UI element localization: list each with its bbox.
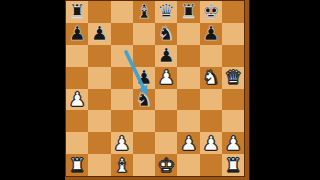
square-e6[interactable]: ♟	[155, 45, 177, 67]
square-f3[interactable]	[177, 110, 199, 132]
square-g3[interactable]	[200, 110, 222, 132]
chessboard-grid[interactable]: ♜♝♛♜♚♟♟♞♟♟♟♟♞♛♟♞♟♟♟♟♜♝♚♜	[66, 1, 244, 176]
square-e1[interactable]: ♚	[155, 154, 177, 176]
white-queen[interactable]: ♛	[224, 67, 241, 88]
square-h5[interactable]: ♛	[222, 67, 244, 89]
square-g7[interactable]: ♟	[200, 23, 222, 45]
square-d4[interactable]: ♞	[133, 89, 155, 111]
board-border-bottom	[65, 176, 245, 180]
square-e3[interactable]	[155, 110, 177, 132]
black-pawn[interactable]: ♟	[202, 23, 219, 44]
square-b5[interactable]	[88, 67, 110, 89]
square-b7[interactable]: ♟	[88, 23, 110, 45]
square-e4[interactable]	[155, 89, 177, 111]
square-a4[interactable]: ♟	[66, 89, 88, 111]
white-pawn[interactable]: ♟	[180, 133, 197, 154]
square-d8[interactable]: ♝	[133, 1, 155, 23]
black-rook[interactable]: ♜	[180, 1, 197, 22]
square-f4[interactable]	[177, 89, 199, 111]
white-bishop[interactable]: ♝	[113, 155, 130, 176]
square-f5[interactable]	[177, 67, 199, 89]
square-a8[interactable]: ♜	[66, 1, 88, 23]
white-king[interactable]: ♚	[158, 155, 175, 176]
square-h8[interactable]	[222, 1, 244, 23]
square-h4[interactable]	[222, 89, 244, 111]
square-a6[interactable]	[66, 45, 88, 67]
square-h7[interactable]	[222, 23, 244, 45]
white-rook[interactable]: ♜	[224, 155, 241, 176]
square-b6[interactable]	[88, 45, 110, 67]
square-d5[interactable]: ♟	[133, 67, 155, 89]
square-g1[interactable]	[200, 154, 222, 176]
square-e5[interactable]: ♟	[155, 67, 177, 89]
black-pawn[interactable]: ♟	[91, 23, 108, 44]
square-b2[interactable]	[88, 132, 110, 154]
square-h1[interactable]: ♜	[222, 154, 244, 176]
square-e7[interactable]: ♞	[155, 23, 177, 45]
chessboard: ♜♝♛♜♚♟♟♞♟♟♟♟♞♛♟♞♟♟♟♟♜♝♚♜	[65, 0, 250, 180]
square-f7[interactable]	[177, 23, 199, 45]
black-knight[interactable]: ♞	[158, 23, 175, 44]
square-a5[interactable]	[66, 67, 88, 89]
square-a3[interactable]	[66, 110, 88, 132]
square-a1[interactable]: ♜	[66, 154, 88, 176]
black-bishop[interactable]: ♝	[135, 1, 152, 22]
square-b1[interactable]	[88, 154, 110, 176]
square-g2[interactable]: ♟	[200, 132, 222, 154]
black-pawn[interactable]: ♟	[158, 45, 175, 66]
square-g5[interactable]: ♞	[200, 67, 222, 89]
black-knight[interactable]: ♞	[135, 89, 152, 110]
square-f1[interactable]	[177, 154, 199, 176]
square-d7[interactable]	[133, 23, 155, 45]
black-pawn[interactable]: ♟	[68, 23, 85, 44]
white-pawn[interactable]: ♟	[113, 133, 130, 154]
square-b3[interactable]	[88, 110, 110, 132]
square-g4[interactable]	[200, 89, 222, 111]
square-c5[interactable]	[111, 67, 133, 89]
square-d1[interactable]	[133, 154, 155, 176]
video-frame: ♜♝♛♜♚♟♟♞♟♟♟♟♞♛♟♞♟♟♟♟♜♝♚♜	[0, 0, 320, 180]
white-pawn[interactable]: ♟	[202, 133, 219, 154]
square-h3[interactable]	[222, 110, 244, 132]
square-b4[interactable]	[88, 89, 110, 111]
black-king[interactable]: ♚	[202, 1, 219, 22]
square-a7[interactable]: ♟	[66, 23, 88, 45]
black-pawn[interactable]: ♟	[135, 67, 152, 88]
square-c7[interactable]	[111, 23, 133, 45]
white-pawn[interactable]: ♟	[224, 133, 241, 154]
square-c4[interactable]	[111, 89, 133, 111]
white-knight[interactable]: ♞	[202, 67, 219, 88]
square-c3[interactable]	[111, 110, 133, 132]
square-d2[interactable]	[133, 132, 155, 154]
square-e8[interactable]: ♛	[155, 1, 177, 23]
square-g6[interactable]	[200, 45, 222, 67]
white-pawn[interactable]: ♟	[158, 67, 175, 88]
square-f8[interactable]: ♜	[177, 1, 199, 23]
square-h2[interactable]: ♟	[222, 132, 244, 154]
square-f6[interactable]	[177, 45, 199, 67]
square-d3[interactable]	[133, 110, 155, 132]
black-rook[interactable]: ♜	[68, 1, 85, 22]
square-g8[interactable]: ♚	[200, 1, 222, 23]
square-c2[interactable]: ♟	[111, 132, 133, 154]
square-e2[interactable]	[155, 132, 177, 154]
square-c1[interactable]: ♝	[111, 154, 133, 176]
square-b8[interactable]	[88, 1, 110, 23]
square-c6[interactable]	[111, 45, 133, 67]
square-d6[interactable]	[133, 45, 155, 67]
black-queen[interactable]: ♛	[158, 1, 175, 22]
white-pawn[interactable]: ♟	[68, 89, 85, 110]
square-c8[interactable]	[111, 1, 133, 23]
white-rook[interactable]: ♜	[68, 155, 85, 176]
square-f2[interactable]: ♟	[177, 132, 199, 154]
square-a2[interactable]	[66, 132, 88, 154]
square-h6[interactable]	[222, 45, 244, 67]
board-border-right	[244, 0, 250, 180]
